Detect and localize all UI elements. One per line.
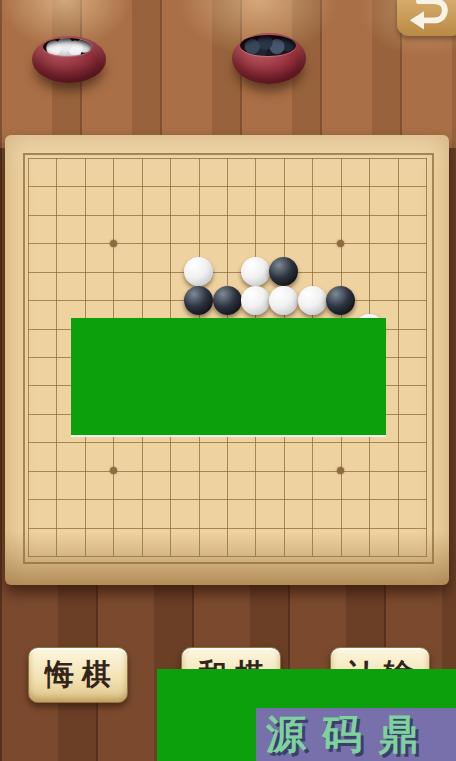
undo-move-button[interactable]: 悔棋 <box>28 647 128 703</box>
black-stone <box>184 286 213 315</box>
star-point <box>110 467 117 474</box>
white-stone <box>269 286 298 315</box>
watermark-text: 源码鼎 <box>266 710 456 760</box>
black-stone <box>326 286 355 315</box>
white-stone <box>241 257 270 286</box>
black-stone <box>213 286 242 315</box>
ad-overlay-board[interactable] <box>71 318 386 437</box>
game-screen: 悔棋 和棋 认输 源码鼎 <box>0 0 456 761</box>
white-stone <box>298 286 327 315</box>
black-stones-heap <box>240 35 296 56</box>
white-stones-heap <box>43 38 92 56</box>
white-stone <box>241 286 270 315</box>
return-button[interactable] <box>397 0 456 36</box>
white-stone <box>184 257 213 286</box>
return-arrow-icon <box>405 0 453 32</box>
star-point <box>337 467 344 474</box>
star-point <box>110 240 117 247</box>
black-stone-bowl-icon <box>232 33 306 84</box>
watermark-box: 源码鼎 <box>256 708 456 761</box>
star-point <box>337 240 344 247</box>
white-stone-bowl-icon <box>32 36 106 83</box>
black-stone <box>269 257 298 286</box>
